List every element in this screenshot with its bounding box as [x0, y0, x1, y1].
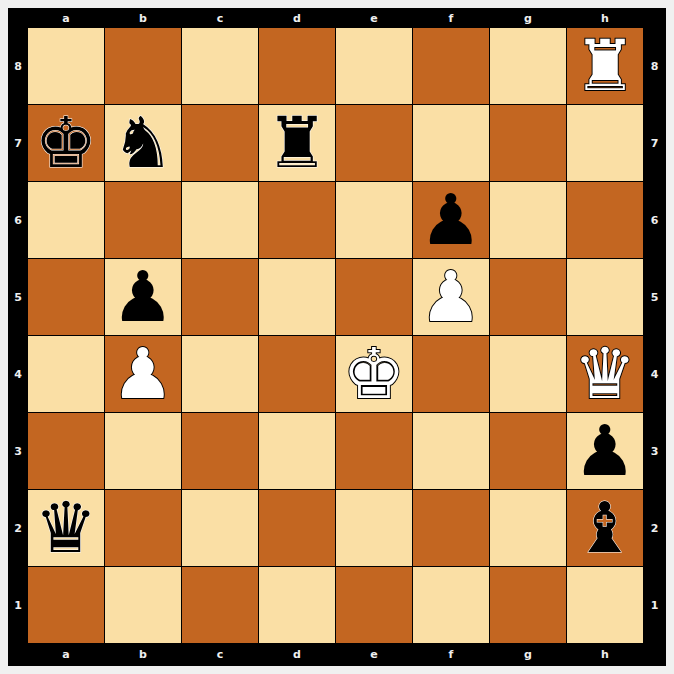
square-h6[interactable]: [567, 182, 643, 258]
square-a1[interactable]: [28, 567, 104, 643]
black-pawn-h3[interactable]: ♟: [574, 416, 637, 486]
rank-label-4: 4: [14, 368, 22, 381]
square-d7[interactable]: ♜: [259, 105, 335, 181]
square-a5[interactable]: [28, 259, 104, 335]
frame-corner-top-left: [8, 8, 28, 28]
white-rook-h8[interactable]: ♜: [574, 31, 637, 101]
white-pawn-b4[interactable]: ♟: [112, 339, 175, 409]
rank-label-4: 4: [651, 368, 659, 381]
square-b1[interactable]: [105, 567, 181, 643]
square-g3[interactable]: [490, 413, 566, 489]
square-a2[interactable]: ♛: [28, 490, 104, 566]
square-f7[interactable]: [413, 105, 489, 181]
rank-label-3: 3: [651, 445, 659, 458]
square-d2[interactable]: [259, 490, 335, 566]
file-label-f: f: [449, 12, 454, 25]
rank-label-1: 1: [651, 599, 659, 612]
square-g1[interactable]: [490, 567, 566, 643]
square-b3[interactable]: [105, 413, 181, 489]
square-g2[interactable]: [490, 490, 566, 566]
square-b2[interactable]: [105, 490, 181, 566]
square-c2[interactable]: [182, 490, 258, 566]
square-c5[interactable]: [182, 259, 258, 335]
white-pawn-f5[interactable]: ♟: [420, 262, 483, 332]
rank-label-8: 8: [651, 60, 659, 73]
square-e2[interactable]: [336, 490, 412, 566]
rank-label-3: 3: [14, 445, 22, 458]
file-label-h: h: [601, 648, 609, 661]
square-f2[interactable]: [413, 490, 489, 566]
square-f1[interactable]: [413, 567, 489, 643]
file-label-f: f: [449, 648, 454, 661]
rank-label-7: 7: [14, 137, 22, 150]
square-e6[interactable]: [336, 182, 412, 258]
square-f5[interactable]: ♟: [413, 259, 489, 335]
white-king-e4[interactable]: ♚: [343, 339, 406, 409]
square-d1[interactable]: [259, 567, 335, 643]
file-label-h: h: [601, 12, 609, 25]
rank-label-1: 1: [14, 599, 22, 612]
rank-label-6: 6: [14, 214, 22, 227]
file-label-c: c: [217, 12, 224, 25]
square-e7[interactable]: [336, 105, 412, 181]
square-g8[interactable]: [490, 28, 566, 104]
square-e1[interactable]: [336, 567, 412, 643]
rank-label-2: 2: [14, 522, 22, 535]
square-d4[interactable]: [259, 336, 335, 412]
file-label-a: a: [62, 648, 69, 661]
square-g5[interactable]: [490, 259, 566, 335]
board-frame: abcdefgh 87654321 ♜♚♞♜♟♟♟♟♚♛♟♛♝ 87654321…: [8, 8, 666, 666]
square-e4[interactable]: ♚: [336, 336, 412, 412]
square-d3[interactable]: [259, 413, 335, 489]
square-f8[interactable]: [413, 28, 489, 104]
frame-corner-bottom-right: [643, 643, 666, 666]
square-e8[interactable]: [336, 28, 412, 104]
square-d6[interactable]: [259, 182, 335, 258]
square-h3[interactable]: ♟: [567, 413, 643, 489]
square-d5[interactable]: [259, 259, 335, 335]
rank-label-2: 2: [651, 522, 659, 535]
file-label-c: c: [217, 648, 224, 661]
square-c6[interactable]: [182, 182, 258, 258]
square-c3[interactable]: [182, 413, 258, 489]
square-d8[interactable]: [259, 28, 335, 104]
square-e3[interactable]: [336, 413, 412, 489]
rank-label-5: 5: [651, 291, 659, 304]
square-a6[interactable]: [28, 182, 104, 258]
square-g4[interactable]: [490, 336, 566, 412]
square-b7[interactable]: ♞: [105, 105, 181, 181]
square-e5[interactable]: [336, 259, 412, 335]
square-g6[interactable]: [490, 182, 566, 258]
frame-corner-bottom-left: [8, 643, 28, 666]
file-label-e: e: [370, 12, 377, 25]
square-b5[interactable]: ♟: [105, 259, 181, 335]
file-label-g: g: [524, 12, 532, 25]
black-rook-d7[interactable]: ♜: [266, 108, 329, 178]
square-a4[interactable]: [28, 336, 104, 412]
square-f3[interactable]: [413, 413, 489, 489]
black-knight-b7[interactable]: ♞: [112, 108, 175, 178]
file-labels-bottom: abcdefgh: [28, 643, 643, 666]
file-labels-top: abcdefgh: [28, 8, 643, 28]
file-label-a: a: [62, 12, 69, 25]
square-f6[interactable]: ♟: [413, 182, 489, 258]
square-c4[interactable]: [182, 336, 258, 412]
square-h4[interactable]: ♛: [567, 336, 643, 412]
black-pawn-f6[interactable]: ♟: [420, 185, 483, 255]
square-b8[interactable]: [105, 28, 181, 104]
square-h7[interactable]: [567, 105, 643, 181]
square-a8[interactable]: [28, 28, 104, 104]
square-a7[interactable]: ♚: [28, 105, 104, 181]
black-queen-a2[interactable]: ♛: [35, 493, 98, 563]
rank-labels-left: 87654321: [8, 28, 28, 643]
square-a3[interactable]: [28, 413, 104, 489]
file-label-d: d: [293, 12, 301, 25]
rank-label-6: 6: [651, 214, 659, 227]
square-g7[interactable]: [490, 105, 566, 181]
rank-labels-right: 87654321: [643, 28, 666, 643]
file-label-b: b: [139, 648, 147, 661]
square-f4[interactable]: [413, 336, 489, 412]
rank-label-7: 7: [651, 137, 659, 150]
chess-board: ♜♚♞♜♟♟♟♟♚♛♟♛♝: [28, 28, 643, 643]
file-label-e: e: [370, 648, 377, 661]
file-label-d: d: [293, 648, 301, 661]
square-c8[interactable]: [182, 28, 258, 104]
black-bishop-h2[interactable]: ♝: [574, 493, 637, 563]
square-c1[interactable]: [182, 567, 258, 643]
white-queen-h4[interactable]: ♛: [574, 339, 637, 409]
square-h5[interactable]: [567, 259, 643, 335]
file-label-b: b: [139, 12, 147, 25]
black-king-a7[interactable]: ♚: [35, 108, 98, 178]
square-h2[interactable]: ♝: [567, 490, 643, 566]
square-c7[interactable]: [182, 105, 258, 181]
rank-label-8: 8: [14, 60, 22, 73]
square-b4[interactable]: ♟: [105, 336, 181, 412]
file-label-g: g: [524, 648, 532, 661]
square-b6[interactable]: [105, 182, 181, 258]
frame-corner-top-right: [643, 8, 666, 28]
square-h1[interactable]: [567, 567, 643, 643]
rank-label-5: 5: [14, 291, 22, 304]
square-h8[interactable]: ♜: [567, 28, 643, 104]
black-pawn-b5[interactable]: ♟: [112, 262, 175, 332]
